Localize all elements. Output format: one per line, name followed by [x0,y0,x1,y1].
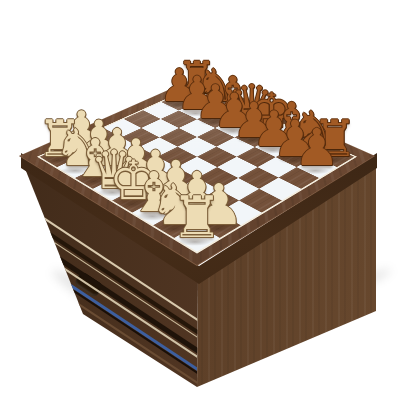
chess-box-product-photo: ♜♞♝♛♚♝♞♜♟♟♟♟♟♟♟♟♟♟♟♟♟♟♟♟♜♞♝♛♚♝♞♜ [0,0,400,400]
